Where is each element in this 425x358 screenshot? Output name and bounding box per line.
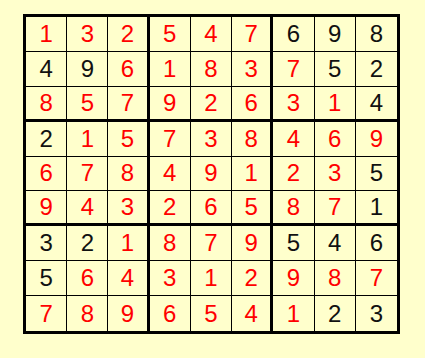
- sudoku-cell-r2c5[interactable]: 8: [191, 52, 232, 87]
- sudoku-cell-r8c3[interactable]: 4: [108, 261, 149, 296]
- sudoku-cell-r4c8[interactable]: 6: [315, 122, 356, 157]
- sudoku-cell-r8c4[interactable]: 3: [150, 261, 191, 296]
- sudoku-cell-r1c9[interactable]: 8: [356, 17, 397, 52]
- sudoku-cell-r3c5[interactable]: 2: [191, 87, 232, 122]
- sudoku-cell-r7c6[interactable]: 9: [232, 226, 273, 261]
- sudoku-cell-r2c7[interactable]: 7: [273, 52, 314, 87]
- sudoku-cell-r6c2[interactable]: 4: [67, 191, 108, 226]
- sudoku-cell-r8c6[interactable]: 2: [232, 261, 273, 296]
- sudoku-cell-r6c5[interactable]: 6: [191, 191, 232, 226]
- sudoku-cell-r4c6[interactable]: 8: [232, 122, 273, 157]
- sudoku-cell-r5c3[interactable]: 8: [108, 157, 149, 192]
- sudoku-cell-r5c6[interactable]: 1: [232, 157, 273, 192]
- sudoku-cell-r9c8[interactable]: 2: [315, 296, 356, 331]
- sudoku-cell-r9c7[interactable]: 1: [273, 296, 314, 331]
- sudoku-cell-r3c9[interactable]: 4: [356, 87, 397, 122]
- sudoku-cell-r3c7[interactable]: 3: [273, 87, 314, 122]
- sudoku-cell-r4c1[interactable]: 2: [26, 122, 67, 157]
- sudoku-cell-r2c3[interactable]: 6: [108, 52, 149, 87]
- page-background: { "game": "sudoku", "position": { "solut…: [0, 0, 425, 358]
- sudoku-cell-r4c7[interactable]: 4: [273, 122, 314, 157]
- sudoku-cell-r7c8[interactable]: 4: [315, 226, 356, 261]
- sudoku-cell-r7c1[interactable]: 3: [26, 226, 67, 261]
- sudoku-cell-r1c6[interactable]: 7: [232, 17, 273, 52]
- sudoku-cell-r8c5[interactable]: 1: [191, 261, 232, 296]
- sudoku-cell-r4c9[interactable]: 9: [356, 122, 397, 157]
- sudoku-cell-r1c8[interactable]: 9: [315, 17, 356, 52]
- sudoku-cell-r7c5[interactable]: 7: [191, 226, 232, 261]
- sudoku-cell-r1c5[interactable]: 4: [191, 17, 232, 52]
- sudoku-cell-r5c1[interactable]: 6: [26, 157, 67, 192]
- sudoku-cell-r6c8[interactable]: 7: [315, 191, 356, 226]
- sudoku-cell-r3c1[interactable]: 8: [26, 87, 67, 122]
- sudoku-cell-r7c7[interactable]: 5: [273, 226, 314, 261]
- sudoku-cell-r2c8[interactable]: 5: [315, 52, 356, 87]
- sudoku-cell-r1c4[interactable]: 5: [150, 17, 191, 52]
- sudoku-cell-r5c5[interactable]: 9: [191, 157, 232, 192]
- sudoku-cell-r3c3[interactable]: 7: [108, 87, 149, 122]
- sudoku-cell-r3c4[interactable]: 9: [150, 87, 191, 122]
- sudoku-cell-r9c4[interactable]: 6: [150, 296, 191, 331]
- sudoku-cell-r7c3[interactable]: 1: [108, 226, 149, 261]
- sudoku-cell-r9c2[interactable]: 8: [67, 296, 108, 331]
- sudoku-cell-r7c4[interactable]: 8: [150, 226, 191, 261]
- sudoku-cell-r5c9[interactable]: 5: [356, 157, 397, 192]
- sudoku-cell-r3c8[interactable]: 1: [315, 87, 356, 122]
- sudoku-cell-r8c9[interactable]: 7: [356, 261, 397, 296]
- sudoku-cell-r8c2[interactable]: 6: [67, 261, 108, 296]
- sudoku-cell-r7c2[interactable]: 2: [67, 226, 108, 261]
- sudoku-cell-r5c4[interactable]: 4: [150, 157, 191, 192]
- sudoku-cell-r6c4[interactable]: 2: [150, 191, 191, 226]
- sudoku-cell-r9c6[interactable]: 4: [232, 296, 273, 331]
- sudoku-cell-r8c1[interactable]: 5: [26, 261, 67, 296]
- sudoku-cell-r7c9[interactable]: 6: [356, 226, 397, 261]
- sudoku-cell-r5c8[interactable]: 3: [315, 157, 356, 192]
- sudoku-cell-r1c7[interactable]: 6: [273, 17, 314, 52]
- sudoku-cell-r4c2[interactable]: 1: [67, 122, 108, 157]
- sudoku-cell-r6c7[interactable]: 8: [273, 191, 314, 226]
- sudoku-cell-r8c7[interactable]: 9: [273, 261, 314, 296]
- sudoku-cell-r4c4[interactable]: 7: [150, 122, 191, 157]
- sudoku-cell-r9c9[interactable]: 3: [356, 296, 397, 331]
- sudoku-cell-r6c3[interactable]: 3: [108, 191, 149, 226]
- sudoku-cell-r2c9[interactable]: 2: [356, 52, 397, 87]
- sudoku-cell-r1c3[interactable]: 2: [108, 17, 149, 52]
- sudoku-cell-r8c8[interactable]: 8: [315, 261, 356, 296]
- sudoku-cell-r2c2[interactable]: 9: [67, 52, 108, 87]
- sudoku-cell-r1c1[interactable]: 1: [26, 17, 67, 52]
- sudoku-cell-r2c6[interactable]: 3: [232, 52, 273, 87]
- sudoku-cell-r3c2[interactable]: 5: [67, 87, 108, 122]
- sudoku-cell-r9c3[interactable]: 9: [108, 296, 149, 331]
- sudoku-cell-r2c4[interactable]: 1: [150, 52, 191, 87]
- sudoku-cell-r4c5[interactable]: 3: [191, 122, 232, 157]
- sudoku-cell-r6c6[interactable]: 5: [232, 191, 273, 226]
- sudoku-cell-r5c7[interactable]: 2: [273, 157, 314, 192]
- sudoku-cell-r2c1[interactable]: 4: [26, 52, 67, 87]
- sudoku-cell-r5c2[interactable]: 7: [67, 157, 108, 192]
- sudoku-cell-r9c1[interactable]: 7: [26, 296, 67, 331]
- sudoku-cell-r3c6[interactable]: 6: [232, 87, 273, 122]
- sudoku-cell-r9c5[interactable]: 5: [191, 296, 232, 331]
- sudoku-cell-r6c1[interactable]: 9: [26, 191, 67, 226]
- sudoku-cell-r4c3[interactable]: 5: [108, 122, 149, 157]
- sudoku-board: 1325476984961837528579263142157384696784…: [23, 14, 400, 334]
- sudoku-cell-r6c9[interactable]: 1: [356, 191, 397, 226]
- sudoku-cell-r1c2[interactable]: 3: [67, 17, 108, 52]
